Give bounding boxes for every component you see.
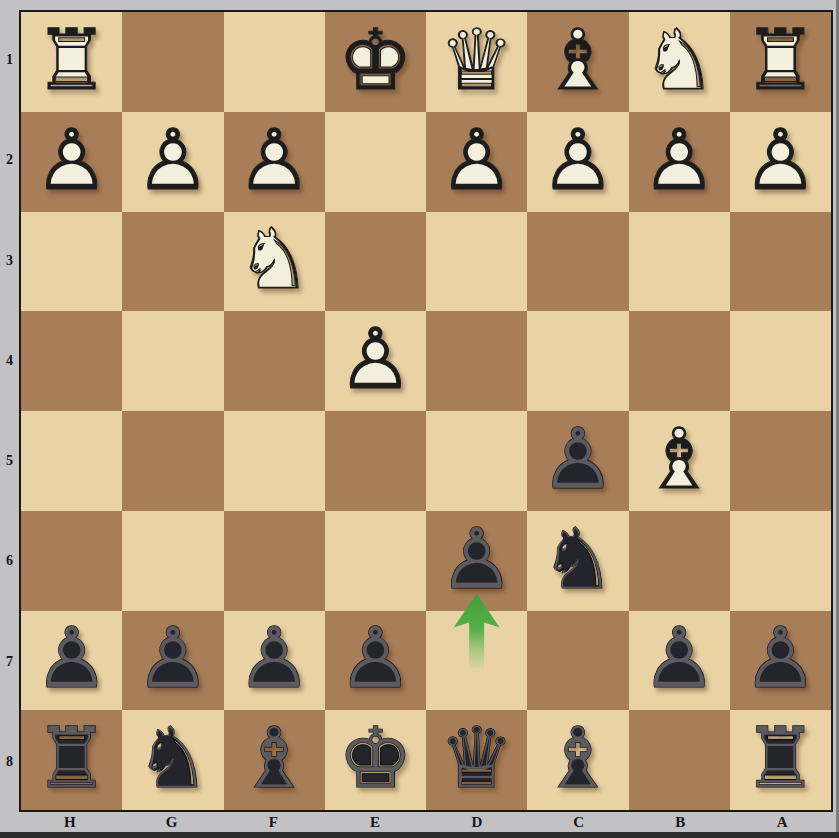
black-pawn-outline: ♙	[629, 611, 730, 711]
square-a5[interactable]	[730, 411, 831, 511]
black-pawn-outline: ♙	[325, 611, 426, 711]
white-pawn[interactable]: ♟♙	[426, 112, 527, 212]
white-pawn[interactable]: ♟♙	[527, 112, 628, 212]
white-rook[interactable]: ♜♖	[730, 12, 831, 112]
square-h6[interactable]	[21, 511, 122, 611]
rank-label-8: 8	[0, 712, 19, 812]
white-pawn-outline: ♙	[527, 112, 628, 212]
black-pawn[interactable]: ♟♙	[426, 511, 527, 611]
square-e6[interactable]	[325, 511, 426, 611]
square-e8[interactable]: ♚♔	[325, 710, 426, 810]
square-g5[interactable]	[122, 411, 223, 511]
black-pawn[interactable]: ♟♙	[21, 611, 122, 711]
rank-label-4: 4	[0, 311, 19, 411]
white-bishop[interactable]: ♝♗	[629, 411, 730, 511]
file-label-h: H	[19, 812, 121, 832]
square-b5[interactable]: ♝♗	[629, 411, 730, 511]
black-pawn-outline: ♙	[21, 611, 122, 711]
square-h5[interactable]	[21, 411, 122, 511]
white-rook[interactable]: ♜♖	[21, 12, 122, 112]
black-rook[interactable]: ♜♖	[730, 710, 831, 810]
rank-label-1: 1	[0, 10, 19, 110]
square-g4[interactable]	[122, 311, 223, 411]
white-knight-outline: ♘	[629, 12, 730, 112]
square-h3[interactable]	[21, 212, 122, 312]
square-c2[interactable]: ♟♙	[527, 112, 628, 212]
square-b2[interactable]: ♟♙	[629, 112, 730, 212]
square-c8[interactable]: ♝♗	[527, 710, 628, 810]
square-g6[interactable]	[122, 511, 223, 611]
square-f6[interactable]	[224, 511, 325, 611]
square-g8[interactable]: ♞♘	[122, 710, 223, 810]
square-e1[interactable]: ♚♔	[325, 12, 426, 112]
black-pawn[interactable]: ♟♙	[325, 611, 426, 711]
square-a6[interactable]	[730, 511, 831, 611]
black-knight[interactable]: ♞♘	[527, 511, 628, 611]
black-pawn-outline: ♙	[224, 611, 325, 711]
square-e4[interactable]: ♟♙	[325, 311, 426, 411]
white-rook-outline: ♖	[21, 12, 122, 112]
square-h8[interactable]: ♜♖	[21, 710, 122, 810]
square-f1[interactable]	[224, 12, 325, 112]
square-a1[interactable]: ♜♖	[730, 12, 831, 112]
black-king[interactable]: ♚♔	[325, 710, 426, 810]
black-bishop[interactable]: ♝♗	[527, 710, 628, 810]
white-knight[interactable]: ♞♘	[629, 12, 730, 112]
square-c1[interactable]: ♝♗	[527, 12, 628, 112]
file-label-b: B	[630, 812, 732, 832]
file-label-f: F	[223, 812, 325, 832]
white-king[interactable]: ♚♔	[325, 12, 426, 112]
square-a8[interactable]: ♜♖	[730, 710, 831, 810]
black-queen[interactable]: ♛♕	[426, 710, 527, 810]
black-queen-outline: ♕	[426, 710, 527, 810]
white-pawn[interactable]: ♟♙	[325, 311, 426, 411]
black-pawn[interactable]: ♟♙	[629, 611, 730, 711]
white-bishop-outline: ♗	[629, 411, 730, 511]
black-pawn-outline: ♙	[527, 411, 628, 511]
square-c3[interactable]	[527, 212, 628, 312]
file-labels: HGFEDCBA	[19, 812, 833, 832]
black-pawn-outline: ♙	[122, 611, 223, 711]
rank-labels: 12345678	[0, 10, 19, 812]
square-d4[interactable]	[426, 311, 527, 411]
file-label-g: G	[121, 812, 223, 832]
square-c6[interactable]: ♞♘	[527, 511, 628, 611]
rank-label-2: 2	[0, 110, 19, 210]
square-d5[interactable]	[426, 411, 527, 511]
black-king-outline: ♔	[325, 710, 426, 810]
rank-label-7: 7	[0, 612, 19, 712]
square-g7[interactable]: ♟♙	[122, 611, 223, 711]
square-a3[interactable]	[730, 212, 831, 312]
white-bishop-outline: ♗	[527, 12, 628, 112]
white-pawn[interactable]: ♟♙	[224, 112, 325, 212]
white-pawn-outline: ♙	[325, 311, 426, 411]
black-rook-outline: ♖	[21, 710, 122, 810]
square-d6[interactable]: ♟♙	[426, 511, 527, 611]
white-queen[interactable]: ♛♕	[426, 12, 527, 112]
square-e3[interactable]	[325, 212, 426, 312]
square-c7[interactable]	[527, 611, 628, 711]
square-b8[interactable]	[629, 710, 730, 810]
white-pawn-outline: ♙	[426, 112, 527, 212]
white-pawn-outline: ♙	[224, 112, 325, 212]
square-f7[interactable]: ♟♙	[224, 611, 325, 711]
square-f8[interactable]: ♝♗	[224, 710, 325, 810]
square-a4[interactable]	[730, 311, 831, 411]
file-label-e: E	[324, 812, 426, 832]
rank-label-3: 3	[0, 211, 19, 311]
square-a2[interactable]: ♟♙	[730, 112, 831, 212]
white-pawn-outline: ♙	[122, 112, 223, 212]
square-e5[interactable]	[325, 411, 426, 511]
white-pawn[interactable]: ♟♙	[21, 112, 122, 212]
rank-label-6: 6	[0, 511, 19, 611]
square-d7[interactable]	[426, 611, 527, 711]
square-e7[interactable]: ♟♙	[325, 611, 426, 711]
square-h2[interactable]: ♟♙	[21, 112, 122, 212]
white-bishop[interactable]: ♝♗	[527, 12, 628, 112]
square-c4[interactable]	[527, 311, 628, 411]
file-label-d: D	[426, 812, 528, 832]
square-f2[interactable]: ♟♙	[224, 112, 325, 212]
black-bishop[interactable]: ♝♗	[224, 710, 325, 810]
square-e2[interactable]	[325, 112, 426, 212]
white-pawn[interactable]: ♟♙	[730, 112, 831, 212]
square-d2[interactable]: ♟♙	[426, 112, 527, 212]
white-queen-outline: ♕	[426, 12, 527, 112]
white-pawn-outline: ♙	[730, 112, 831, 212]
white-pawn-outline: ♙	[21, 112, 122, 212]
black-rook-outline: ♖	[730, 710, 831, 810]
square-f4[interactable]	[224, 311, 325, 411]
white-rook-outline: ♖	[730, 12, 831, 112]
square-f3[interactable]: ♞♘	[224, 212, 325, 312]
black-pawn-outline: ♙	[426, 511, 527, 611]
black-pawn[interactable]: ♟♙	[527, 411, 628, 511]
black-bishop-outline: ♗	[224, 710, 325, 810]
square-b4[interactable]	[629, 311, 730, 411]
black-pawn[interactable]: ♟♙	[730, 611, 831, 711]
square-b6[interactable]	[629, 511, 730, 611]
black-pawn[interactable]: ♟♙	[224, 611, 325, 711]
square-d8[interactable]: ♛♕	[426, 710, 527, 810]
black-knight-outline: ♘	[527, 511, 628, 611]
white-king-outline: ♔	[325, 12, 426, 112]
white-pawn[interactable]: ♟♙	[629, 112, 730, 212]
square-d3[interactable]	[426, 212, 527, 312]
rank-label-5: 5	[0, 411, 19, 511]
square-b7[interactable]: ♟♙	[629, 611, 730, 711]
square-a7[interactable]: ♟♙	[730, 611, 831, 711]
black-pawn-outline: ♙	[730, 611, 831, 711]
square-b1[interactable]: ♞♘	[629, 12, 730, 112]
chess-board[interactable]: ♜♖♚♔♛♕♝♗♞♘♜♖♟♙♟♙♟♙♟♙♟♙♟♙♟♙♞♘♟♙♟♙♝♗♟♙♞♘♟♙…	[19, 10, 833, 812]
square-g2[interactable]: ♟♙	[122, 112, 223, 212]
square-f5[interactable]	[224, 411, 325, 511]
black-bishop-outline: ♗	[527, 710, 628, 810]
square-h4[interactable]	[21, 311, 122, 411]
square-h7[interactable]: ♟♙	[21, 611, 122, 711]
chess-window: 12345678 ♜♖♚♔♛♕♝♗♞♘♜♖♟♙♟♙♟♙♟♙♟♙♟♙♟♙♞♘♟♙♟…	[0, 0, 839, 838]
white-knight[interactable]: ♞♘	[224, 212, 325, 312]
square-h1[interactable]: ♜♖	[21, 12, 122, 112]
black-knight[interactable]: ♞♘	[122, 710, 223, 810]
square-b3[interactable]	[629, 212, 730, 312]
square-d1[interactable]: ♛♕	[426, 12, 527, 112]
square-g3[interactable]	[122, 212, 223, 312]
black-rook[interactable]: ♜♖	[21, 710, 122, 810]
white-pawn[interactable]: ♟♙	[122, 112, 223, 212]
black-pawn[interactable]: ♟♙	[122, 611, 223, 711]
file-label-c: C	[528, 812, 630, 832]
white-pawn-outline: ♙	[629, 112, 730, 212]
black-knight-outline: ♘	[122, 710, 223, 810]
square-g1[interactable]	[122, 12, 223, 112]
file-label-a: A	[731, 812, 833, 832]
white-knight-outline: ♘	[224, 212, 325, 312]
window-bottom-edge	[0, 832, 839, 838]
square-c5[interactable]: ♟♙	[527, 411, 628, 511]
